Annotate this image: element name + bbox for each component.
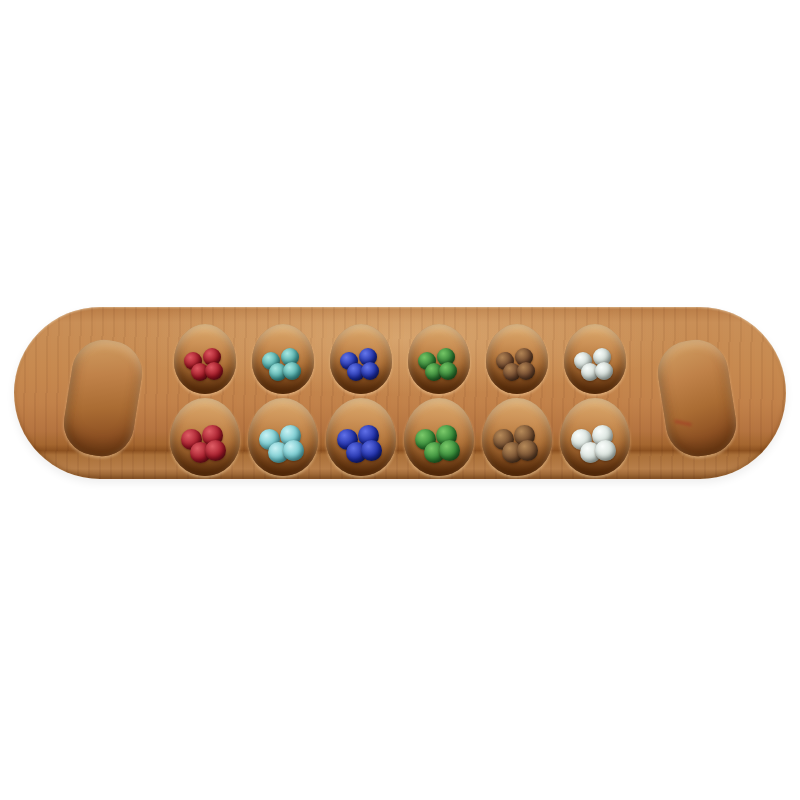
pit-bottom-3[interactable] (326, 398, 396, 476)
mancala-board (14, 307, 786, 479)
teal-stone (283, 440, 304, 461)
red-stone (205, 440, 226, 461)
pit-top-6[interactable] (564, 324, 626, 394)
pit-bottom-1[interactable] (170, 398, 240, 476)
pit-bottom-2[interactable] (248, 398, 318, 476)
pit-row-bottom (166, 398, 634, 476)
product-photo-background (0, 0, 800, 800)
pit-top-5[interactable] (486, 324, 548, 394)
store-right (653, 335, 740, 461)
amber-brown-stone (517, 440, 538, 461)
teal-stone (283, 362, 301, 380)
clear-stone (595, 362, 613, 380)
pit-top-3[interactable] (330, 324, 392, 394)
board-grid (14, 307, 786, 479)
pit-bottom-6[interactable] (560, 398, 630, 476)
green-stone (439, 362, 457, 380)
blue-stone (361, 362, 379, 380)
clear-stone (595, 440, 616, 461)
pit-bottom-4[interactable] (404, 398, 474, 476)
pit-row-top (166, 320, 634, 398)
pit-top-4[interactable] (408, 324, 470, 394)
store-left (59, 335, 146, 461)
red-stone (205, 362, 223, 380)
blue-stone (361, 440, 382, 461)
green-stone (439, 440, 460, 461)
pit-bottom-5[interactable] (482, 398, 552, 476)
amber-brown-stone (517, 362, 535, 380)
pit-top-1[interactable] (174, 324, 236, 394)
pit-area (166, 320, 634, 476)
pit-top-2[interactable] (252, 324, 314, 394)
